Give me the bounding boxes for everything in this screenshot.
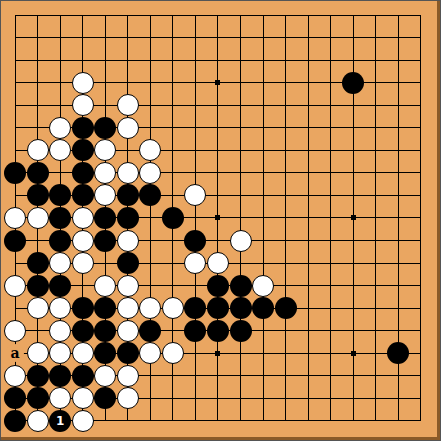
black-stone	[230, 320, 252, 342]
white-stone	[207, 252, 229, 274]
white-stone	[94, 275, 116, 297]
white-stone	[49, 252, 71, 274]
black-stone	[117, 342, 139, 364]
white-stone	[49, 342, 71, 364]
black-stone	[27, 252, 49, 274]
white-stone	[184, 252, 206, 274]
white-stone	[117, 320, 139, 342]
black-stone	[49, 207, 71, 229]
black-stone	[4, 410, 26, 432]
white-stone	[72, 230, 94, 252]
black-stone: 1	[49, 410, 71, 432]
white-stone	[162, 297, 184, 319]
white-stone	[117, 297, 139, 319]
black-stone	[4, 162, 26, 184]
black-stone	[184, 297, 206, 319]
black-stone	[49, 184, 71, 206]
white-stone	[94, 162, 116, 184]
white-stone	[139, 139, 161, 161]
grid-line-vertical	[308, 15, 309, 422]
white-stone	[27, 139, 49, 161]
grid-line-vertical	[375, 15, 376, 422]
white-stone	[49, 117, 71, 139]
white-stone	[27, 297, 49, 319]
white-stone	[162, 342, 184, 364]
white-stone	[49, 297, 71, 319]
black-stone	[72, 320, 94, 342]
grid-line-vertical	[330, 15, 331, 422]
white-stone	[139, 297, 161, 319]
black-stone	[4, 387, 26, 409]
white-stone	[72, 410, 94, 432]
grid-line-vertical	[420, 15, 421, 422]
point-label-text: a	[10, 345, 19, 361]
black-stone	[27, 387, 49, 409]
white-stone	[117, 94, 139, 116]
black-stone	[94, 387, 116, 409]
white-stone	[139, 162, 161, 184]
white-stone	[4, 275, 26, 297]
white-stone	[117, 162, 139, 184]
black-stone	[72, 297, 94, 319]
white-stone	[49, 139, 71, 161]
white-stone	[4, 365, 26, 387]
star-point	[215, 215, 220, 220]
grid-line-vertical	[263, 15, 264, 422]
white-stone	[27, 207, 49, 229]
white-stone	[49, 387, 71, 409]
black-stone	[4, 230, 26, 252]
black-stone	[117, 184, 139, 206]
black-stone	[72, 184, 94, 206]
white-stone	[72, 342, 94, 364]
white-stone	[94, 365, 116, 387]
move-number-label: 1	[56, 415, 64, 427]
white-stone	[117, 117, 139, 139]
black-stone	[27, 275, 49, 297]
white-stone	[72, 94, 94, 116]
white-stone	[230, 230, 252, 252]
white-stone	[117, 365, 139, 387]
black-stone	[94, 320, 116, 342]
white-stone	[117, 275, 139, 297]
black-stone	[94, 117, 116, 139]
white-stone	[139, 342, 161, 364]
white-stone	[252, 275, 274, 297]
black-stone	[94, 207, 116, 229]
go-app: 1a	[0, 0, 441, 441]
black-stone	[387, 342, 409, 364]
black-stone	[252, 297, 274, 319]
white-stone	[94, 184, 116, 206]
black-stone	[117, 252, 139, 274]
star-point	[351, 215, 356, 220]
black-stone	[117, 207, 139, 229]
black-stone	[27, 162, 49, 184]
white-stone	[94, 139, 116, 161]
black-stone	[49, 365, 71, 387]
black-stone	[230, 297, 252, 319]
white-stone	[4, 320, 26, 342]
black-stone	[27, 184, 49, 206]
star-point	[351, 351, 356, 356]
black-stone	[230, 275, 252, 297]
black-stone	[184, 320, 206, 342]
white-stone	[72, 72, 94, 94]
star-point	[215, 351, 220, 356]
black-stone	[27, 365, 49, 387]
black-stone	[184, 230, 206, 252]
black-stone	[72, 162, 94, 184]
white-stone	[49, 320, 71, 342]
white-stone	[4, 207, 26, 229]
white-stone	[72, 207, 94, 229]
black-stone	[72, 117, 94, 139]
black-stone	[72, 365, 94, 387]
white-stone	[72, 252, 94, 274]
black-stone	[139, 184, 161, 206]
black-stone	[207, 320, 229, 342]
black-stone	[94, 230, 116, 252]
black-stone	[275, 297, 297, 319]
black-stone	[72, 139, 94, 161]
black-stone	[207, 275, 229, 297]
black-stone	[49, 230, 71, 252]
white-stone	[72, 387, 94, 409]
grid-line-vertical	[240, 15, 241, 422]
point-label-a: a	[6, 344, 24, 362]
white-stone	[117, 230, 139, 252]
black-stone	[94, 297, 116, 319]
star-point	[215, 80, 220, 85]
white-stone	[27, 342, 49, 364]
go-board[interactable]: 1a	[0, 0, 441, 441]
black-stone	[207, 297, 229, 319]
black-stone	[162, 207, 184, 229]
black-stone	[342, 72, 364, 94]
grid-line-vertical	[285, 15, 286, 422]
black-stone	[49, 275, 71, 297]
white-stone	[117, 387, 139, 409]
white-stone	[27, 410, 49, 432]
black-stone	[139, 320, 161, 342]
white-stone	[184, 184, 206, 206]
black-stone	[94, 342, 116, 364]
